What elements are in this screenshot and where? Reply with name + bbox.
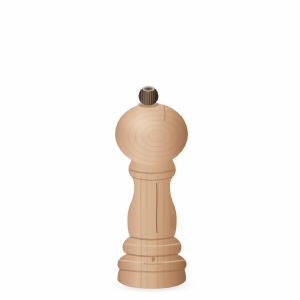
- stamp-brand-text: PEUGEOT: [144, 262, 164, 266]
- ball-highlight: [119, 108, 161, 138]
- product-photo: PEUGEOT: [0, 0, 300, 300]
- wood-crack: [157, 183, 158, 233]
- nut-top-center: [147, 88, 151, 90]
- pepper-mill-illustration: PEUGEOT: [0, 0, 300, 300]
